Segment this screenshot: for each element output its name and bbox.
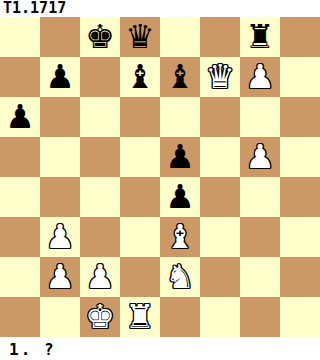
black-rook-g8: ♜ [245,17,275,57]
square-f5[interactable] [200,137,240,177]
square-a6[interactable]: ♟ [0,97,40,137]
square-h2[interactable] [280,257,320,297]
square-d7[interactable]: ♝ [120,57,160,97]
black-bishop-d7: ♝ [125,57,155,97]
square-b5[interactable] [40,137,80,177]
white-rook-d1: ♜ [125,297,155,337]
white-knight-e2: ♞ [165,257,195,297]
square-h5[interactable] [280,137,320,177]
square-e3[interactable]: ♝ [160,217,200,257]
square-g6[interactable] [240,97,280,137]
black-queen-d8: ♛ [125,17,155,57]
square-b2[interactable]: ♟ [40,257,80,297]
square-h1[interactable] [280,297,320,337]
square-a7[interactable] [0,57,40,97]
square-f3[interactable] [200,217,240,257]
white-pawn-g7: ♟ [245,57,275,97]
black-king-c8: ♚ [85,17,115,57]
square-a5[interactable] [0,137,40,177]
square-c7[interactable] [80,57,120,97]
square-e2[interactable]: ♞ [160,257,200,297]
white-pawn-g5: ♟ [245,137,275,177]
square-h8[interactable] [280,17,320,57]
square-g1[interactable] [240,297,280,337]
square-b4[interactable] [40,177,80,217]
square-c8[interactable]: ♚ [80,17,120,57]
square-c4[interactable] [80,177,120,217]
square-e1[interactable] [160,297,200,337]
square-d2[interactable] [120,257,160,297]
white-bishop-e3: ♝ [165,217,195,257]
white-pawn-c2: ♟ [85,257,115,297]
square-f8[interactable] [200,17,240,57]
black-pawn-e5: ♟ [165,137,195,177]
square-c1[interactable]: ♚ [80,297,120,337]
square-g8[interactable]: ♜ [240,17,280,57]
square-b3[interactable]: ♟ [40,217,80,257]
square-g2[interactable] [240,257,280,297]
square-h7[interactable] [280,57,320,97]
square-d8[interactable]: ♛ [120,17,160,57]
square-b8[interactable] [40,17,80,57]
black-bishop-e7: ♝ [165,57,195,97]
white-pawn-b3: ♟ [45,217,75,257]
square-e4[interactable]: ♟ [160,177,200,217]
square-f6[interactable] [200,97,240,137]
move-prompt: 1. ? [0,337,320,360]
square-h3[interactable] [280,217,320,257]
square-d6[interactable] [120,97,160,137]
square-d1[interactable]: ♜ [120,297,160,337]
square-h6[interactable] [280,97,320,137]
black-pawn-a6: ♟ [5,97,35,137]
square-f1[interactable] [200,297,240,337]
square-a8[interactable] [0,17,40,57]
square-e5[interactable]: ♟ [160,137,200,177]
chess-puzzle-app: T1.1717 ♚♛♜♟♝♝♛♟♟♟♟♟♟♝♟♟♞♚♜ 1. ? [0,0,320,360]
square-g5[interactable]: ♟ [240,137,280,177]
square-d3[interactable] [120,217,160,257]
square-b1[interactable] [40,297,80,337]
black-pawn-e4: ♟ [165,177,195,217]
square-d5[interactable] [120,137,160,177]
chess-board: ♚♛♜♟♝♝♛♟♟♟♟♟♟♝♟♟♞♚♜ [0,17,320,337]
square-f4[interactable] [200,177,240,217]
square-b7[interactable]: ♟ [40,57,80,97]
square-e8[interactable] [160,17,200,57]
square-f2[interactable] [200,257,240,297]
white-king-c1: ♚ [85,297,115,337]
square-a1[interactable] [0,297,40,337]
square-c6[interactable] [80,97,120,137]
square-c5[interactable] [80,137,120,177]
white-pawn-b2: ♟ [45,257,75,297]
square-b6[interactable] [40,97,80,137]
black-pawn-b7: ♟ [45,57,75,97]
square-a4[interactable] [0,177,40,217]
square-e6[interactable] [160,97,200,137]
white-queen-f7: ♛ [205,57,235,97]
square-a2[interactable] [0,257,40,297]
square-g3[interactable] [240,217,280,257]
square-c2[interactable]: ♟ [80,257,120,297]
square-g4[interactable] [240,177,280,217]
square-a3[interactable] [0,217,40,257]
square-e7[interactable]: ♝ [160,57,200,97]
square-h4[interactable] [280,177,320,217]
square-f7[interactable]: ♛ [200,57,240,97]
puzzle-title: T1.1717 [0,0,320,17]
square-c3[interactable] [80,217,120,257]
square-g7[interactable]: ♟ [240,57,280,97]
square-d4[interactable] [120,177,160,217]
